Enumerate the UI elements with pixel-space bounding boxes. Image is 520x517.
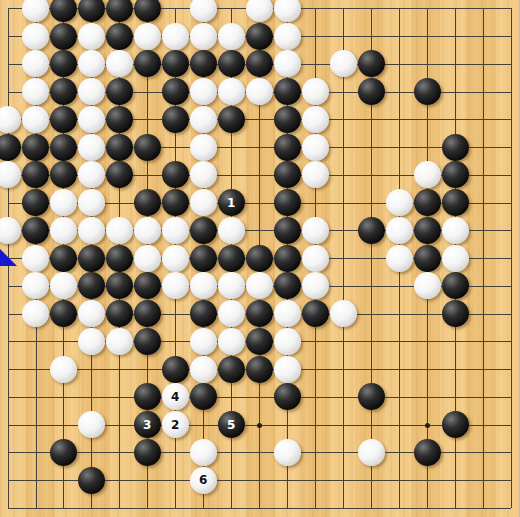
stone-black bbox=[162, 78, 189, 105]
stone-black bbox=[414, 245, 441, 272]
stone-black bbox=[106, 106, 133, 133]
stone-white bbox=[78, 134, 105, 161]
stone-white bbox=[78, 217, 105, 244]
move-number-label: 2 bbox=[171, 419, 179, 431]
stone-black bbox=[414, 78, 441, 105]
stone-black bbox=[78, 245, 105, 272]
stone-black bbox=[274, 78, 301, 105]
stone-white bbox=[274, 0, 301, 22]
stone-white bbox=[274, 300, 301, 327]
stone-white bbox=[190, 272, 217, 299]
stone-white bbox=[106, 328, 133, 355]
stone-black bbox=[218, 245, 245, 272]
stone-white bbox=[22, 245, 49, 272]
stone-white bbox=[78, 300, 105, 327]
stone-black bbox=[134, 50, 161, 77]
stone-white bbox=[78, 78, 105, 105]
stone-black bbox=[134, 272, 161, 299]
stone-black bbox=[246, 50, 273, 77]
stone-white bbox=[302, 161, 329, 188]
stone-white bbox=[358, 439, 385, 466]
stone-white bbox=[50, 356, 77, 383]
stone-white bbox=[218, 217, 245, 244]
stone-black bbox=[162, 50, 189, 77]
stone-white bbox=[190, 0, 217, 22]
move-number-label: 1 bbox=[227, 197, 235, 209]
stone-white bbox=[22, 300, 49, 327]
stone-black bbox=[442, 300, 469, 327]
stone-black bbox=[274, 245, 301, 272]
stone-black bbox=[134, 328, 161, 355]
stone-white bbox=[78, 50, 105, 77]
stone-black bbox=[274, 272, 301, 299]
star-point bbox=[425, 423, 430, 428]
stone-black bbox=[22, 217, 49, 244]
stone-white bbox=[274, 50, 301, 77]
stone-white bbox=[330, 50, 357, 77]
stone-white bbox=[274, 356, 301, 383]
stone-white bbox=[190, 78, 217, 105]
stone-white bbox=[302, 245, 329, 272]
stone-white bbox=[190, 439, 217, 466]
stone-black bbox=[50, 245, 77, 272]
stone-black bbox=[358, 383, 385, 410]
stone-white bbox=[190, 134, 217, 161]
stone-white bbox=[50, 217, 77, 244]
stone-black bbox=[106, 272, 133, 299]
stone-black bbox=[190, 245, 217, 272]
stone-black bbox=[50, 161, 77, 188]
star-point bbox=[257, 423, 262, 428]
stone-black bbox=[134, 439, 161, 466]
stone-black bbox=[302, 300, 329, 327]
stone-black bbox=[190, 300, 217, 327]
stone-white bbox=[442, 245, 469, 272]
stone-black bbox=[358, 217, 385, 244]
stone-white bbox=[274, 328, 301, 355]
stone-black bbox=[442, 411, 469, 438]
stone-black bbox=[414, 439, 441, 466]
stone-black bbox=[218, 356, 245, 383]
stone-white bbox=[386, 189, 413, 216]
stone-black bbox=[50, 78, 77, 105]
stone-black bbox=[246, 300, 273, 327]
stone-black bbox=[190, 50, 217, 77]
stone-black bbox=[162, 189, 189, 216]
stone-white bbox=[302, 134, 329, 161]
stone-black bbox=[246, 328, 273, 355]
stone-black bbox=[50, 0, 77, 22]
stone-white bbox=[78, 189, 105, 216]
stone-white bbox=[274, 439, 301, 466]
stone-black bbox=[134, 300, 161, 327]
stone-white bbox=[162, 272, 189, 299]
stone-white bbox=[218, 272, 245, 299]
stone-white bbox=[190, 356, 217, 383]
stone-black bbox=[442, 161, 469, 188]
stone-black bbox=[274, 106, 301, 133]
stone-black bbox=[246, 245, 273, 272]
stone-white bbox=[0, 217, 21, 244]
stone-black bbox=[218, 50, 245, 77]
stone-black bbox=[442, 189, 469, 216]
stone-white bbox=[22, 106, 49, 133]
stone-black bbox=[134, 383, 161, 410]
stone-black bbox=[134, 189, 161, 216]
stone-white: 4 bbox=[162, 383, 189, 410]
stone-black bbox=[106, 0, 133, 22]
stone-black bbox=[50, 23, 77, 50]
grid-line-vertical bbox=[511, 8, 512, 508]
move-number-label: 3 bbox=[143, 419, 151, 431]
stone-black: 3 bbox=[134, 411, 161, 438]
stone-white bbox=[190, 189, 217, 216]
stone-black bbox=[106, 161, 133, 188]
move-number-label: 6 bbox=[199, 474, 207, 486]
stone-white bbox=[134, 245, 161, 272]
stone-black bbox=[190, 217, 217, 244]
stone-white bbox=[22, 272, 49, 299]
go-board[interactable]: 143256 bbox=[0, 0, 520, 517]
grid-line-horizontal bbox=[8, 508, 512, 509]
stone-white bbox=[302, 106, 329, 133]
stone-white bbox=[274, 23, 301, 50]
stone-black bbox=[162, 106, 189, 133]
stone-white bbox=[218, 300, 245, 327]
stone-white bbox=[302, 217, 329, 244]
stone-black bbox=[162, 161, 189, 188]
stone-white bbox=[302, 272, 329, 299]
stone-black bbox=[50, 50, 77, 77]
stone-black bbox=[442, 134, 469, 161]
stone-black bbox=[274, 189, 301, 216]
stone-white bbox=[106, 50, 133, 77]
stone-white bbox=[414, 161, 441, 188]
stone-black bbox=[274, 134, 301, 161]
stone-black bbox=[106, 78, 133, 105]
stone-white bbox=[50, 272, 77, 299]
stone-white bbox=[330, 300, 357, 327]
stone-white bbox=[0, 106, 21, 133]
stone-white bbox=[0, 161, 21, 188]
stone-black bbox=[50, 134, 77, 161]
stone-black bbox=[106, 134, 133, 161]
stone-white bbox=[78, 328, 105, 355]
stone-white bbox=[386, 245, 413, 272]
stone-black bbox=[106, 300, 133, 327]
stone-white bbox=[246, 78, 273, 105]
move-number-label: 4 bbox=[171, 391, 179, 403]
stone-black bbox=[274, 383, 301, 410]
stone-black bbox=[274, 217, 301, 244]
stone-black bbox=[218, 106, 245, 133]
stone-white bbox=[414, 272, 441, 299]
stone-black bbox=[246, 356, 273, 383]
stone-white bbox=[22, 50, 49, 77]
go-app-window: 143256 bbox=[0, 0, 520, 517]
stone-black bbox=[50, 106, 77, 133]
stone-black bbox=[22, 189, 49, 216]
stone-black bbox=[358, 78, 385, 105]
stone-black bbox=[190, 383, 217, 410]
blue-triangle-marker bbox=[0, 249, 17, 266]
stone-white bbox=[162, 217, 189, 244]
stone-white bbox=[190, 328, 217, 355]
stone-black bbox=[50, 300, 77, 327]
stone-white bbox=[190, 106, 217, 133]
stone-black bbox=[22, 161, 49, 188]
stone-black bbox=[414, 189, 441, 216]
stone-white bbox=[218, 328, 245, 355]
stone-white bbox=[218, 78, 245, 105]
stone-white bbox=[22, 23, 49, 50]
stone-black bbox=[50, 439, 77, 466]
stone-white bbox=[50, 189, 77, 216]
stone-black bbox=[22, 134, 49, 161]
stone-white bbox=[78, 23, 105, 50]
stone-white bbox=[22, 78, 49, 105]
stone-white bbox=[442, 217, 469, 244]
stone-white bbox=[302, 78, 329, 105]
move-number-label: 5 bbox=[227, 419, 235, 431]
stone-white bbox=[218, 23, 245, 50]
stone-white: 2 bbox=[162, 411, 189, 438]
stone-black bbox=[134, 0, 161, 22]
stone-white bbox=[246, 0, 273, 22]
stone-white: 6 bbox=[190, 467, 217, 494]
stone-white bbox=[190, 161, 217, 188]
stone-white bbox=[134, 23, 161, 50]
grid-line-horizontal bbox=[8, 397, 512, 398]
stone-black bbox=[274, 161, 301, 188]
stone-black bbox=[134, 134, 161, 161]
stone-white bbox=[246, 272, 273, 299]
stone-black bbox=[0, 134, 21, 161]
stone-white bbox=[78, 411, 105, 438]
stone-white bbox=[162, 23, 189, 50]
stone-white bbox=[134, 217, 161, 244]
stone-white bbox=[22, 0, 49, 22]
stone-white bbox=[78, 161, 105, 188]
stone-black bbox=[106, 245, 133, 272]
stone-white bbox=[78, 106, 105, 133]
stone-white bbox=[190, 23, 217, 50]
stone-black bbox=[414, 217, 441, 244]
stone-white bbox=[162, 245, 189, 272]
stone-black bbox=[246, 23, 273, 50]
stone-black bbox=[442, 272, 469, 299]
stone-black bbox=[78, 272, 105, 299]
stone-black bbox=[162, 356, 189, 383]
stone-black bbox=[78, 467, 105, 494]
stone-black bbox=[78, 0, 105, 22]
stone-black bbox=[358, 50, 385, 77]
stone-black: 5 bbox=[218, 411, 245, 438]
stone-white bbox=[106, 217, 133, 244]
stone-black bbox=[106, 23, 133, 50]
stone-white bbox=[386, 217, 413, 244]
stone-black: 1 bbox=[218, 189, 245, 216]
